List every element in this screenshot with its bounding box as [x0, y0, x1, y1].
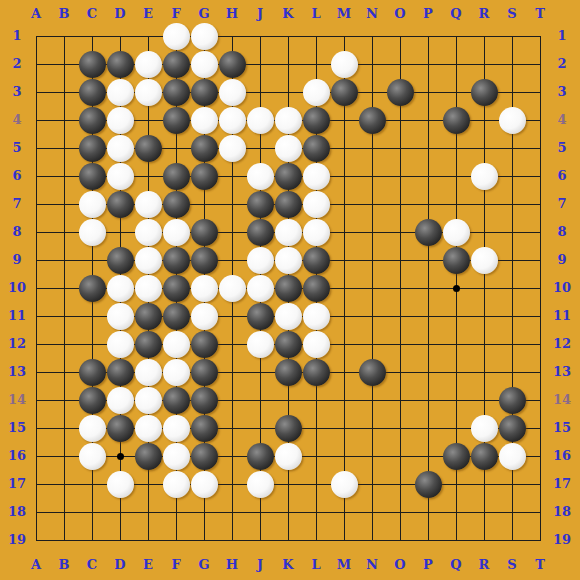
stone-black-R3[interactable] [471, 79, 498, 106]
stone-black-G15[interactable] [191, 415, 218, 442]
stone-white-D5[interactable] [107, 135, 134, 162]
stone-white-F8[interactable] [163, 219, 190, 246]
col-label-bottom-O: O [386, 557, 414, 573]
stone-black-K12[interactable] [275, 331, 302, 358]
stone-white-K5[interactable] [275, 135, 302, 162]
stone-black-M3[interactable] [331, 79, 358, 106]
stone-black-O3[interactable] [387, 79, 414, 106]
col-label-bottom-H: H [218, 557, 246, 573]
stone-black-Q9[interactable] [443, 247, 470, 274]
stone-black-G3[interactable] [191, 79, 218, 106]
stone-black-G14[interactable] [191, 387, 218, 414]
row-label-right-2: 2 [551, 56, 573, 72]
stone-black-P8[interactable] [415, 219, 442, 246]
stone-white-K8[interactable] [275, 219, 302, 246]
stone-black-G13[interactable] [191, 359, 218, 386]
row-label-right-19: 19 [551, 532, 573, 548]
stone-white-L3[interactable] [303, 79, 330, 106]
stones-layer [22, 22, 554, 554]
col-label-top-P: P [414, 6, 442, 22]
stone-white-C8[interactable] [79, 219, 106, 246]
stone-black-K7[interactable] [275, 191, 302, 218]
stone-white-F13[interactable] [163, 359, 190, 386]
stone-white-J12[interactable] [247, 331, 274, 358]
stone-black-J11[interactable] [247, 303, 274, 330]
col-label-bottom-L: L [302, 557, 330, 573]
stone-black-L13[interactable] [303, 359, 330, 386]
stone-black-D15[interactable] [107, 415, 134, 442]
stone-white-G17[interactable] [191, 471, 218, 498]
stone-black-G8[interactable] [191, 219, 218, 246]
col-label-top-C: C [78, 6, 106, 22]
stone-black-Q4[interactable] [443, 107, 470, 134]
stone-white-G1[interactable] [191, 23, 218, 50]
stone-white-E9[interactable] [135, 247, 162, 274]
col-label-bottom-Q: Q [442, 557, 470, 573]
stone-black-J8[interactable] [247, 219, 274, 246]
stone-black-F9[interactable] [163, 247, 190, 274]
col-label-bottom-F: F [162, 557, 190, 573]
col-label-top-O: O [386, 6, 414, 22]
stone-black-F10[interactable] [163, 275, 190, 302]
stone-white-J6[interactable] [247, 163, 274, 190]
row-label-right-6: 6 [551, 168, 573, 184]
stone-white-L8[interactable] [303, 219, 330, 246]
stone-black-N4[interactable] [359, 107, 386, 134]
row-label-right-9: 9 [551, 252, 573, 268]
col-label-bottom-T: T [526, 557, 554, 573]
col-label-top-S: S [498, 6, 526, 22]
stone-white-D11[interactable] [107, 303, 134, 330]
row-label-right-10: 10 [551, 280, 573, 296]
row-label-right-14: 14 [551, 392, 573, 408]
stone-white-F1[interactable] [163, 23, 190, 50]
stone-black-R16[interactable] [471, 443, 498, 470]
stone-black-L4[interactable] [303, 107, 330, 134]
stone-white-H5[interactable] [219, 135, 246, 162]
stone-black-Q16[interactable] [443, 443, 470, 470]
stone-white-J17[interactable] [247, 471, 274, 498]
stone-black-C4[interactable] [79, 107, 106, 134]
col-label-top-L: L [302, 6, 330, 22]
stone-white-E3[interactable] [135, 79, 162, 106]
stone-white-M17[interactable] [331, 471, 358, 498]
stone-white-G4[interactable] [191, 107, 218, 134]
stone-white-E14[interactable] [135, 387, 162, 414]
stone-black-G9[interactable] [191, 247, 218, 274]
stone-black-F7[interactable] [163, 191, 190, 218]
stone-black-F11[interactable] [163, 303, 190, 330]
stone-white-C15[interactable] [79, 415, 106, 442]
stone-white-S16[interactable] [499, 443, 526, 470]
stone-white-G10[interactable] [191, 275, 218, 302]
stone-white-L7[interactable] [303, 191, 330, 218]
stone-black-K10[interactable] [275, 275, 302, 302]
col-label-top-T: T [526, 6, 554, 22]
stone-white-E2[interactable] [135, 51, 162, 78]
stone-white-K4[interactable] [275, 107, 302, 134]
stone-black-F14[interactable] [163, 387, 190, 414]
row-label-right-15: 15 [551, 420, 573, 436]
stone-black-E16[interactable] [135, 443, 162, 470]
col-label-bottom-C: C [78, 557, 106, 573]
stone-white-M2[interactable] [331, 51, 358, 78]
stone-white-S4[interactable] [499, 107, 526, 134]
stone-white-D6[interactable] [107, 163, 134, 190]
row-label-right-3: 3 [551, 84, 573, 100]
stone-black-H2[interactable] [219, 51, 246, 78]
stone-black-L5[interactable] [303, 135, 330, 162]
col-label-top-N: N [358, 6, 386, 22]
col-label-bottom-S: S [498, 557, 526, 573]
stone-black-E12[interactable] [135, 331, 162, 358]
stone-black-K6[interactable] [275, 163, 302, 190]
stone-white-E8[interactable] [135, 219, 162, 246]
col-label-top-R: R [470, 6, 498, 22]
stone-white-C7[interactable] [79, 191, 106, 218]
stone-white-D17[interactable] [107, 471, 134, 498]
col-label-bottom-M: M [330, 557, 358, 573]
stone-white-D10[interactable] [107, 275, 134, 302]
stone-black-C6[interactable] [79, 163, 106, 190]
stone-black-F3[interactable] [163, 79, 190, 106]
stone-black-D13[interactable] [107, 359, 134, 386]
col-label-top-K: K [274, 6, 302, 22]
stone-white-E10[interactable] [135, 275, 162, 302]
stone-white-H3[interactable] [219, 79, 246, 106]
stone-black-C5[interactable] [79, 135, 106, 162]
row-label-right-7: 7 [551, 196, 573, 212]
col-label-bottom-B: B [50, 557, 78, 573]
col-label-top-H: H [218, 6, 246, 22]
stone-white-Q8[interactable] [443, 219, 470, 246]
col-label-bottom-J: J [246, 557, 274, 573]
stone-white-F17[interactable] [163, 471, 190, 498]
stone-black-C14[interactable] [79, 387, 106, 414]
stone-white-R6[interactable] [471, 163, 498, 190]
stone-black-L9[interactable] [303, 247, 330, 274]
stone-black-P17[interactable] [415, 471, 442, 498]
stone-black-F2[interactable] [163, 51, 190, 78]
stone-white-L6[interactable] [303, 163, 330, 190]
row-label-right-8: 8 [551, 224, 573, 240]
stone-white-K16[interactable] [275, 443, 302, 470]
stone-white-E13[interactable] [135, 359, 162, 386]
stone-black-C13[interactable] [79, 359, 106, 386]
stone-black-F4[interactable] [163, 107, 190, 134]
stone-black-L10[interactable] [303, 275, 330, 302]
col-label-top-B: B [50, 6, 78, 22]
row-label-right-17: 17 [551, 476, 573, 492]
row-label-right-4: 4 [551, 112, 573, 128]
stone-black-G5[interactable] [191, 135, 218, 162]
col-label-bottom-E: E [134, 557, 162, 573]
row-label-right-12: 12 [551, 336, 573, 352]
stone-black-N13[interactable] [359, 359, 386, 386]
stone-white-L12[interactable] [303, 331, 330, 358]
stone-white-R15[interactable] [471, 415, 498, 442]
col-label-top-D: D [106, 6, 134, 22]
col-label-top-J: J [246, 6, 274, 22]
stone-white-H4[interactable] [219, 107, 246, 134]
col-label-top-E: E [134, 6, 162, 22]
stone-white-E7[interactable] [135, 191, 162, 218]
stone-black-E5[interactable] [135, 135, 162, 162]
stone-black-K13[interactable] [275, 359, 302, 386]
row-label-right-13: 13 [551, 364, 573, 380]
stone-white-D4[interactable] [107, 107, 134, 134]
stone-white-E15[interactable] [135, 415, 162, 442]
stone-white-D12[interactable] [107, 331, 134, 358]
col-label-bottom-D: D [106, 557, 134, 573]
col-label-bottom-P: P [414, 557, 442, 573]
row-label-right-11: 11 [551, 308, 573, 324]
stone-white-F16[interactable] [163, 443, 190, 470]
stone-white-F15[interactable] [163, 415, 190, 442]
col-label-bottom-A: A [22, 557, 50, 573]
stone-black-J7[interactable] [247, 191, 274, 218]
stone-white-G11[interactable] [191, 303, 218, 330]
stone-white-K11[interactable] [275, 303, 302, 330]
stone-black-F6[interactable] [163, 163, 190, 190]
stone-black-D2[interactable] [107, 51, 134, 78]
stone-white-D3[interactable] [107, 79, 134, 106]
stone-white-D14[interactable] [107, 387, 134, 414]
col-label-top-G: G [190, 6, 218, 22]
stone-white-L11[interactable] [303, 303, 330, 330]
row-label-right-5: 5 [551, 140, 573, 156]
col-label-top-Q: Q [442, 6, 470, 22]
stone-black-G12[interactable] [191, 331, 218, 358]
stone-white-J10[interactable] [247, 275, 274, 302]
stone-white-J9[interactable] [247, 247, 274, 274]
stone-black-S14[interactable] [499, 387, 526, 414]
stone-black-C2[interactable] [79, 51, 106, 78]
stone-white-J4[interactable] [247, 107, 274, 134]
stone-black-E11[interactable] [135, 303, 162, 330]
stone-black-C10[interactable] [79, 275, 106, 302]
row-label-right-16: 16 [551, 448, 573, 464]
stone-black-J16[interactable] [247, 443, 274, 470]
row-label-right-1: 1 [551, 28, 573, 44]
stone-white-C16[interactable] [79, 443, 106, 470]
col-label-top-F: F [162, 6, 190, 22]
stone-black-G6[interactable] [191, 163, 218, 190]
stone-black-S15[interactable] [499, 415, 526, 442]
stone-black-K15[interactable] [275, 415, 302, 442]
stone-white-R9[interactable] [471, 247, 498, 274]
col-label-bottom-K: K [274, 557, 302, 573]
stone-white-G2[interactable] [191, 51, 218, 78]
stone-black-C3[interactable] [79, 79, 106, 106]
stone-white-H10[interactable] [219, 275, 246, 302]
stone-black-D9[interactable] [107, 247, 134, 274]
col-label-top-M: M [330, 6, 358, 22]
row-label-right-18: 18 [551, 504, 573, 520]
stone-black-D7[interactable] [107, 191, 134, 218]
col-label-bottom-N: N [358, 557, 386, 573]
col-label-bottom-R: R [470, 557, 498, 573]
go-board[interactable]: AABBCCDDEEFFGGHHJJKKLLMMNNOOPPQQRRSSTT11… [0, 0, 580, 580]
stone-white-K9[interactable] [275, 247, 302, 274]
col-label-bottom-G: G [190, 557, 218, 573]
col-label-top-A: A [22, 6, 50, 22]
stone-white-F12[interactable] [163, 331, 190, 358]
stone-black-G16[interactable] [191, 443, 218, 470]
